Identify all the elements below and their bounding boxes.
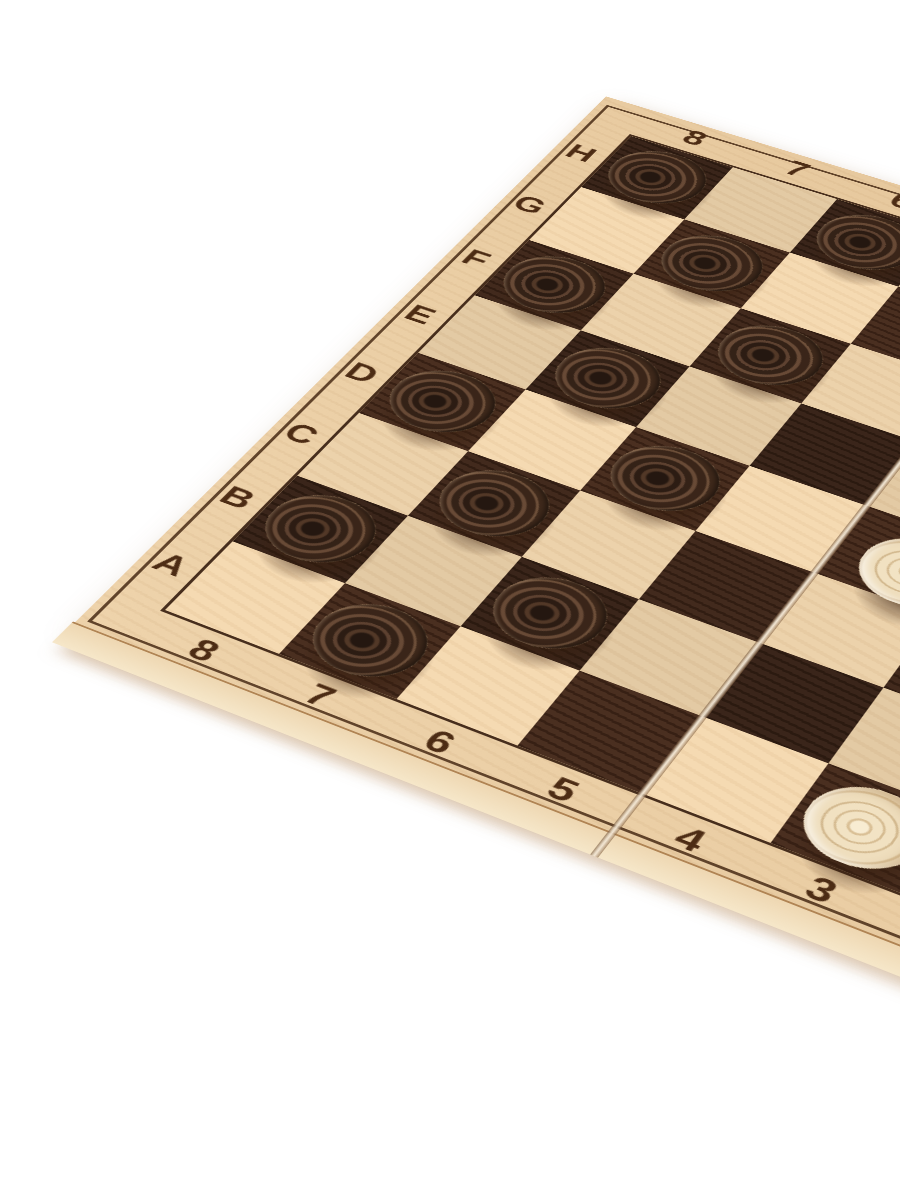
checkers-board: ABCDEFGH8877665544332211 [74,96,900,1074]
product-photo: ABCDEFGH8877665544332211 [0,0,900,1200]
